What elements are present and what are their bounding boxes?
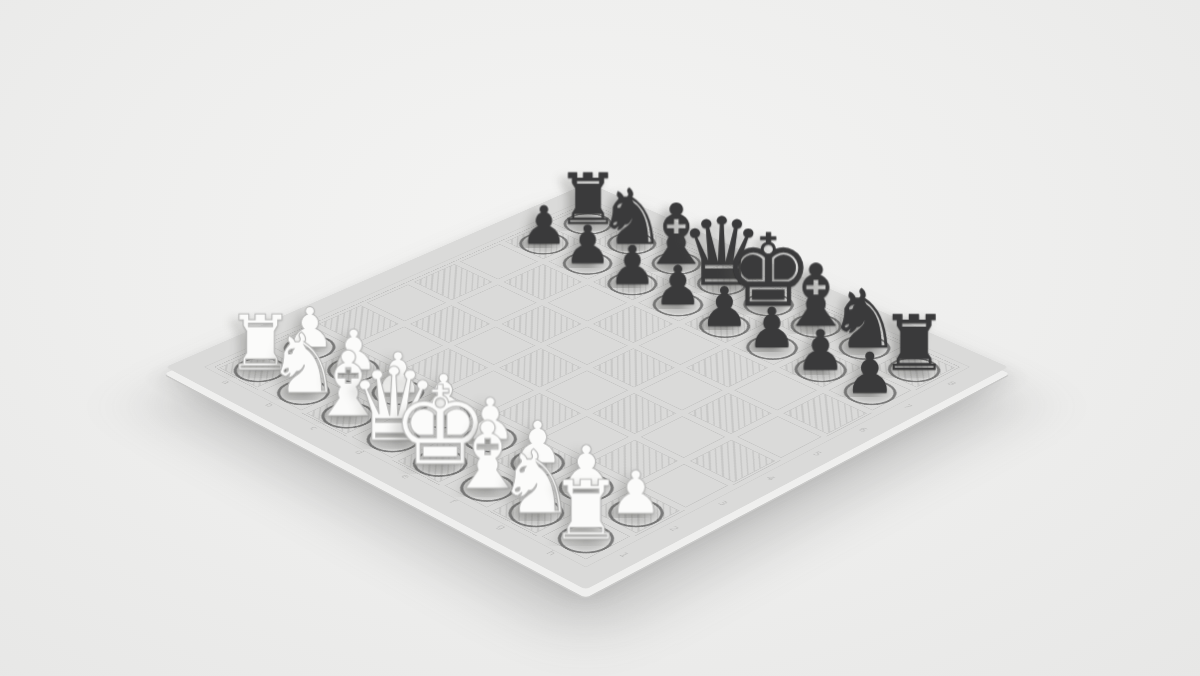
- photo-backdrop: ♜♞♝♛♚♝♞♜♟♟♟♟♟♟♟♟♟♟♟♟♟♟♟♟♜♞♝♛♚♝♞♜ abcdefg…: [0, 0, 1200, 676]
- square-h6[interactable]: [777, 390, 872, 437]
- squares: ♜♞♝♛♚♝♞♜♟♟♟♟♟♟♟♟♟♟♟♟♟♟♟♟♜♞♝♛♚♝♞♜: [214, 202, 961, 562]
- chess-board: ♜♞♝♛♚♝♞♜♟♟♟♟♟♟♟♟♟♟♟♟♟♟♟♟♜♞♝♛♚♝♞♜ abcdefg…: [166, 183, 1009, 590]
- square-h1[interactable]: ♜: [536, 511, 637, 563]
